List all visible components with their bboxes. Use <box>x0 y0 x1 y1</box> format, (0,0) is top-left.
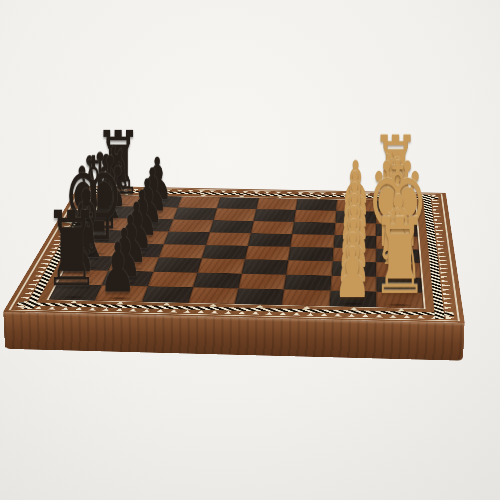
square-c6[interactable] <box>168 219 213 232</box>
square-b3[interactable] <box>294 210 336 223</box>
square-f6[interactable] <box>153 258 202 273</box>
square-h6[interactable] <box>142 286 193 303</box>
square-e4[interactable] <box>245 246 291 260</box>
square-b6[interactable] <box>173 208 217 220</box>
perspective-wrapper: ♜♟♟♜♞♟♟♞♝♟♟♝♛♟♟♛♚♟♟♚♝♟♟♝♞♟♟♞♜♟♟♜ <box>30 28 466 464</box>
square-h8[interactable]: ♜ <box>49 284 102 300</box>
square-h3[interactable] <box>282 289 330 306</box>
square-a3[interactable] <box>296 199 337 211</box>
black-pawn-h7[interactable]: ♟ <box>99 234 136 302</box>
square-f3[interactable] <box>286 260 332 275</box>
square-f4[interactable] <box>242 259 289 274</box>
black-rook-h8[interactable]: ♜ <box>43 198 99 301</box>
white-pawn-h2[interactable]: ♟ <box>334 239 371 308</box>
square-b5[interactable] <box>213 208 256 220</box>
square-a4[interactable] <box>256 198 297 210</box>
square-h7[interactable]: ♟ <box>95 285 147 302</box>
square-d6[interactable] <box>163 231 209 245</box>
board-grid: ♜♟♟♜♞♟♟♞♝♟♟♝♛♟♟♛♚♟♟♚♝♟♟♝♞♟♟♞♜♟♟♜ <box>49 195 424 308</box>
square-d5[interactable] <box>206 232 251 246</box>
square-a6[interactable] <box>177 197 220 209</box>
square-d4[interactable] <box>248 233 292 247</box>
square-e5[interactable] <box>202 245 248 259</box>
square-g6[interactable] <box>147 272 197 288</box>
square-h4[interactable] <box>235 288 284 305</box>
square-h2[interactable]: ♟ <box>329 290 376 307</box>
chess-board: ♜♟♟♜♞♟♟♞♝♟♟♝♛♟♟♛♚♟♟♚♝♟♟♝♞♟♟♞♜♟♟♜ <box>3 186 464 323</box>
square-c5[interactable] <box>210 220 254 233</box>
square-g5[interactable] <box>193 273 242 289</box>
square-g3[interactable] <box>284 275 331 291</box>
white-rook-h1[interactable]: ♜ <box>372 205 428 310</box>
square-h5[interactable] <box>188 287 238 304</box>
square-g4[interactable] <box>238 274 286 290</box>
inlay-triangle-band-right <box>432 195 455 318</box>
board-top-surface: ♜♟♟♜♞♟♟♞♝♟♟♝♛♟♟♛♚♟♟♚♝♟♟♝♞♟♟♞♜♟♟♜ <box>3 186 464 323</box>
square-c3[interactable] <box>292 222 335 235</box>
square-h1[interactable]: ♜ <box>376 292 424 309</box>
square-c4[interactable] <box>251 221 294 234</box>
square-e6[interactable] <box>158 244 205 258</box>
square-f5[interactable] <box>197 258 245 273</box>
square-e3[interactable] <box>288 247 333 261</box>
square-b4[interactable] <box>254 209 296 222</box>
square-d3[interactable] <box>291 234 335 248</box>
photo-scene: ♜♟♟♜♞♟♟♞♝♟♟♝♛♟♟♛♚♟♟♚♝♟♟♝♞♟♟♞♜♟♟♜ <box>0 0 500 500</box>
square-a5[interactable] <box>217 197 259 209</box>
